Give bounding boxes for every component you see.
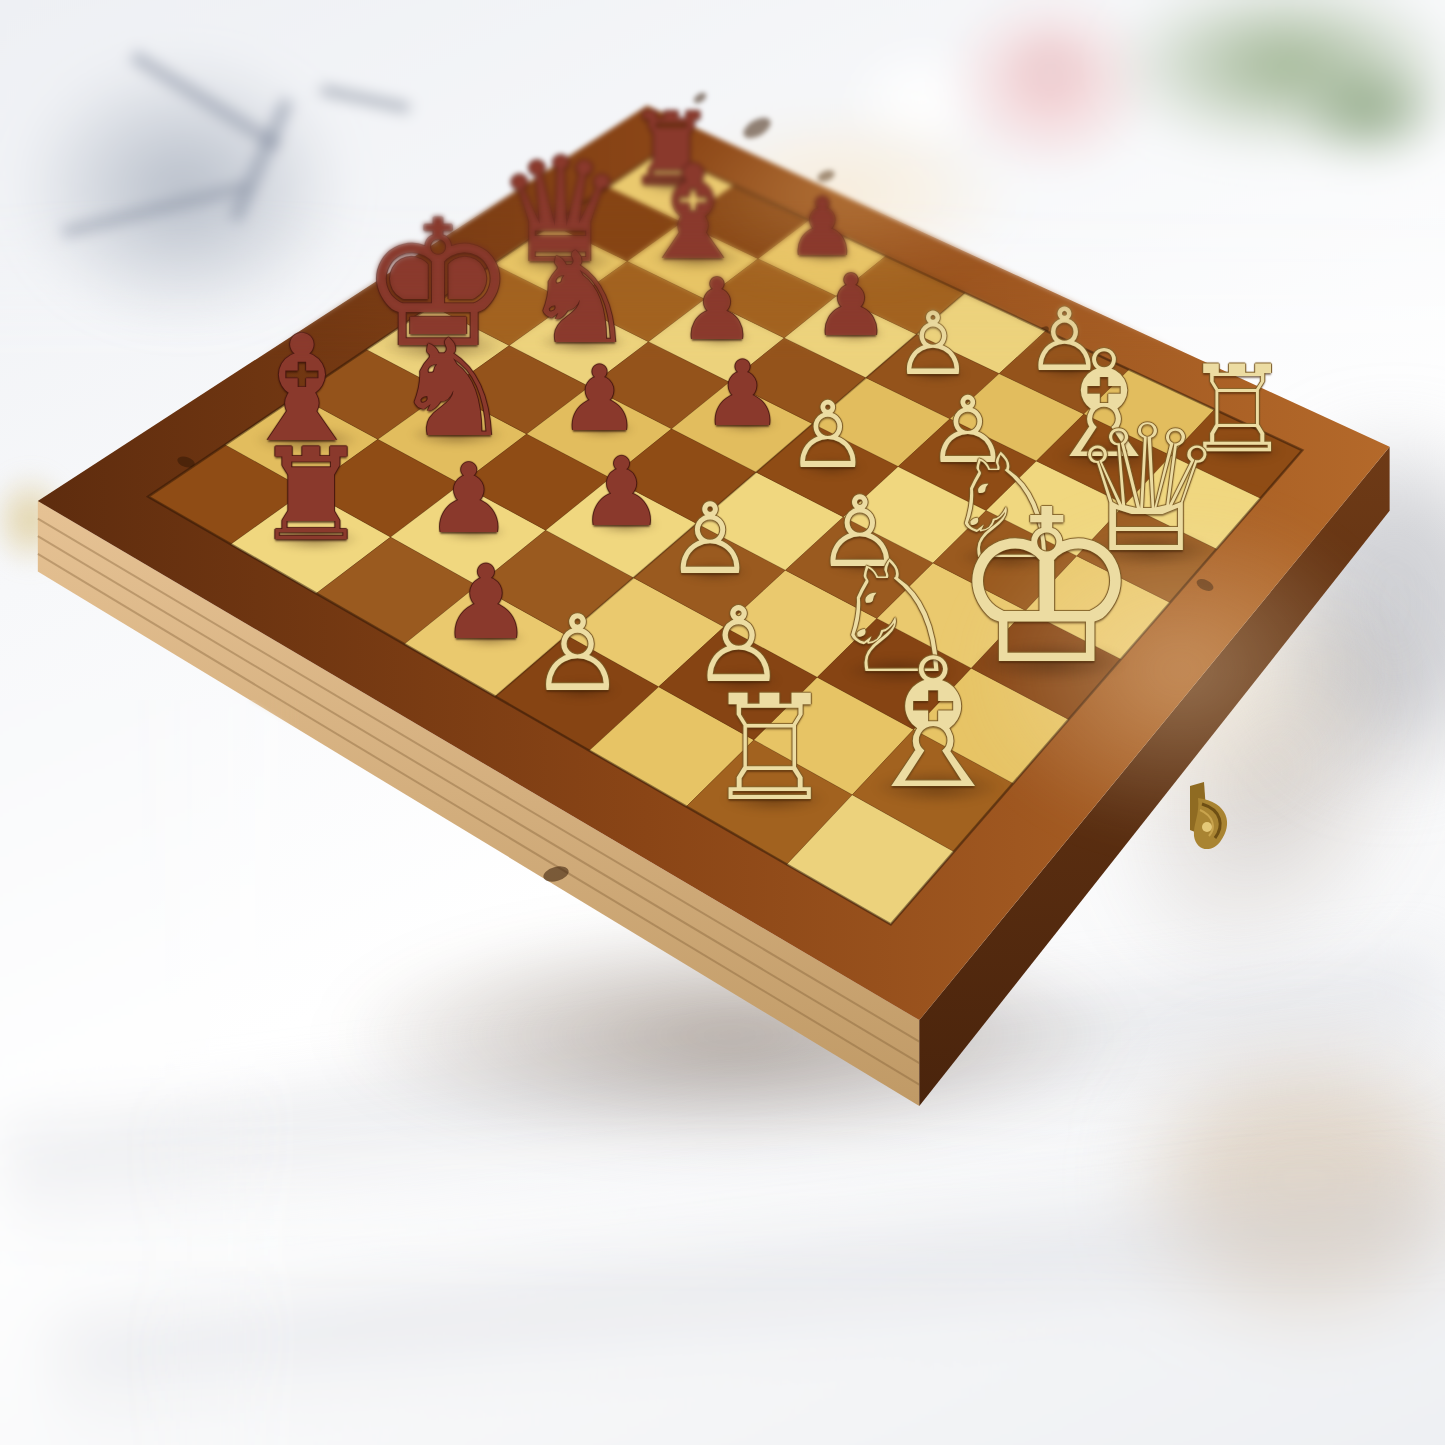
piece-black-rook-a7[interactable]: ♜ (254, 431, 368, 558)
piece-black-pawn-d6[interactable]: ♟ (559, 354, 640, 444)
chess-board: ♚♛♜♜♝♝♞♞♟♟♟♟♟♟♟♟♔♕♖♖♗♗♘♘♙♙♙♙♙♙♙♙ (0, 0, 1445, 1445)
pieces-layer: ♚♛♜♜♝♝♞♞♟♟♟♟♟♟♟♟♔♕♖♖♗♗♘♘♙♙♙♙♙♙♙♙ (0, 0, 1445, 1445)
piece-white-pawn-e4[interactable]: ♙ (786, 390, 868, 482)
piece-black-pawn-a5[interactable]: ♟ (440, 552, 531, 654)
brass-clasp-icon (1160, 780, 1238, 864)
piece-white-pawn-g4[interactable]: ♙ (894, 301, 972, 388)
piece-black-bishop-g7[interactable]: ♝ (635, 148, 752, 278)
piece-white-bishop-b1[interactable]: ♗ (853, 635, 1013, 814)
piece-black-pawn-b6[interactable]: ♟ (426, 451, 512, 547)
piece-black-pawn-g5[interactable]: ♟ (813, 263, 889, 348)
piece-black-pawn-f6[interactable]: ♟ (679, 267, 755, 352)
piece-white-pawn-c4[interactable]: ♙ (666, 490, 754, 588)
piece-black-knight-e7[interactable]: ♞ (523, 235, 636, 361)
photo-scene: ♚♛♜♜♝♝♞♞♟♟♟♟♟♟♟♟♔♕♖♖♗♗♘♘♙♙♙♙♙♙♙♙ (0, 0, 1445, 1445)
piece-black-knight-c7[interactable]: ♞ (393, 321, 513, 455)
piece-black-pawn-e5[interactable]: ♟ (702, 349, 783, 439)
piece-black-pawn-c5[interactable]: ♟ (579, 445, 664, 540)
piece-white-rook-a2[interactable]: ♖ (705, 675, 836, 821)
piece-white-pawn-a4[interactable]: ♙ (531, 601, 625, 706)
